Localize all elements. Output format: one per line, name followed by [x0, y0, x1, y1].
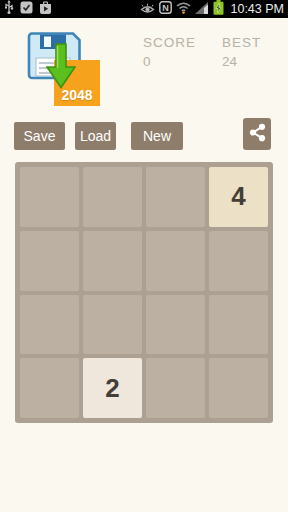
status-bar-left	[4, 0, 52, 18]
empty-cell	[146, 167, 205, 227]
empty-cell	[209, 295, 268, 355]
empty-cell	[83, 167, 142, 227]
best-label: BEST	[222, 36, 261, 50]
smart-stay-eye-icon	[140, 0, 155, 18]
empty-cell	[20, 231, 79, 291]
app-icon: 2048	[27, 30, 103, 106]
wifi-icon	[176, 0, 191, 18]
empty-cell	[146, 231, 205, 291]
play-store-icon	[39, 0, 52, 18]
svg-text:N: N	[163, 3, 170, 13]
nfc-icon: N	[159, 0, 172, 18]
save-button[interactable]: Save	[14, 122, 65, 150]
load-button[interactable]: Load	[75, 122, 116, 150]
download-arrow-icon	[46, 43, 76, 89]
empty-cell	[83, 231, 142, 291]
empty-cell	[20, 295, 79, 355]
empty-cell	[209, 231, 268, 291]
game-board[interactable]: 42	[15, 162, 273, 423]
best-value: 24	[222, 55, 261, 69]
tile-2: 2	[83, 358, 142, 418]
empty-cell	[20, 358, 79, 418]
empty-cell	[209, 358, 268, 418]
score-value: 0	[143, 55, 196, 69]
status-bar: N 10:43 PM	[0, 0, 288, 18]
score-label: SCORE	[143, 36, 196, 50]
best-box: BEST 24	[222, 36, 261, 69]
share-icon	[249, 123, 266, 145]
empty-cell	[146, 295, 205, 355]
usb-icon	[4, 0, 14, 18]
clock-time: 10:43 PM	[230, 2, 284, 16]
empty-cell	[20, 167, 79, 227]
task-checked-icon	[20, 0, 33, 18]
new-button[interactable]: New	[131, 122, 183, 150]
empty-cell	[146, 358, 205, 418]
status-bar-right: N 10:43 PM	[140, 0, 284, 19]
score-box: SCORE 0	[143, 36, 196, 69]
share-button[interactable]	[243, 118, 271, 150]
signal-strength-icon	[195, 0, 209, 18]
empty-cell	[83, 295, 142, 355]
tile-4: 4	[209, 167, 268, 227]
battery-charging-icon	[213, 0, 224, 19]
